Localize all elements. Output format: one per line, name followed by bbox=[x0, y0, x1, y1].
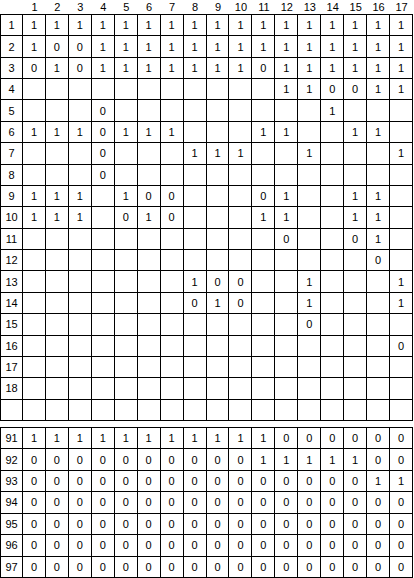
grid-cell-r1-c5: 1 bbox=[115, 15, 137, 35]
grid-cell-r8-c6 bbox=[138, 165, 160, 185]
row-label-97: 97 bbox=[1, 557, 22, 577]
grid-cell-rsep-c9 bbox=[207, 400, 229, 420]
grid-cell-r3-c3: 0 bbox=[69, 58, 91, 78]
grid-cell-r14-c3 bbox=[69, 293, 91, 313]
grid-cell-r17-c3 bbox=[69, 357, 91, 377]
grid-cell-rsep-c7 bbox=[161, 400, 183, 420]
grid-cell-r93-c10: 0 bbox=[229, 471, 251, 491]
grid-cell-r2-c9: 1 bbox=[207, 36, 229, 56]
grid-cell-r2-c5: 1 bbox=[115, 36, 137, 56]
grid-cell-r12-c2 bbox=[46, 250, 68, 270]
grid-cell-r18-c3 bbox=[69, 378, 91, 398]
grid-cell-r7-c10: 1 bbox=[229, 143, 251, 163]
grid-cell-r5-c2 bbox=[46, 100, 68, 120]
grid-cell-r13-c10: 0 bbox=[229, 271, 251, 291]
grid-cell-r10-c8 bbox=[184, 207, 206, 227]
grid-cell-r94-c4: 0 bbox=[92, 492, 114, 512]
grid-cell-r94-c1: 0 bbox=[23, 492, 45, 512]
grid-cell-r1-c9: 1 bbox=[207, 15, 229, 35]
grid-cell-r11-c12: 0 bbox=[275, 229, 297, 249]
grid-cell-r5-c15 bbox=[344, 100, 366, 120]
grid-cell-r97-c15: 0 bbox=[344, 557, 366, 577]
grid-cell-r5-c8 bbox=[184, 100, 206, 120]
grid-cell-r17-c5 bbox=[115, 357, 137, 377]
grid-cell-rsep-c4 bbox=[92, 400, 114, 420]
grid-cell-r93-c6: 0 bbox=[138, 471, 160, 491]
grid-cell-r15-c1 bbox=[23, 314, 45, 334]
grid-cell-r92-c1: 0 bbox=[23, 449, 45, 469]
grid-cell-r16-c5 bbox=[115, 336, 137, 356]
grid-cell-r16-c11 bbox=[252, 336, 274, 356]
grid-cell-r15-c8 bbox=[184, 314, 206, 334]
grid-cell-r7-c16 bbox=[367, 143, 389, 163]
grid-cell-r5-c9 bbox=[207, 100, 229, 120]
grid-cell-r1-c15: 1 bbox=[344, 15, 366, 35]
grid-cell-r15-c7 bbox=[161, 314, 183, 334]
grid-cell-r11-c13 bbox=[298, 229, 320, 249]
grid-cell-r96-c4: 0 bbox=[92, 535, 114, 555]
grid-cell-r11-c9 bbox=[207, 229, 229, 249]
column-header-1: 1 bbox=[23, 0, 46, 14]
grid-cell-r17-c8 bbox=[184, 357, 206, 377]
grid-cell-r97-c9: 0 bbox=[207, 557, 229, 577]
grid-cell-r18-c4 bbox=[92, 378, 114, 398]
grid-cell-r5-c7 bbox=[161, 100, 183, 120]
grid-cell-r91-c15: 0 bbox=[344, 428, 366, 448]
grid-cell-r18-c16 bbox=[367, 378, 389, 398]
grid-cell-r93-c13: 0 bbox=[298, 471, 320, 491]
grid-cell-r1-c2: 1 bbox=[46, 15, 68, 35]
grid-cell-r94-c10: 0 bbox=[229, 492, 251, 512]
grid-cell-r92-c2: 0 bbox=[46, 449, 68, 469]
grid-cell-r4-c9 bbox=[207, 79, 229, 99]
grid-cell-r11-c8 bbox=[184, 229, 206, 249]
grid-cell-r94-c12: 0 bbox=[275, 492, 297, 512]
column-header-6: 6 bbox=[138, 0, 161, 14]
grid-cell-r10-c10 bbox=[229, 207, 251, 227]
grid-cell-r1-c1: 1 bbox=[23, 15, 45, 35]
grid-cell-r93-c4: 0 bbox=[92, 471, 114, 491]
grid-cell-r11-c1 bbox=[23, 229, 45, 249]
grid-cell-r12-c5 bbox=[115, 250, 137, 270]
grid-cell-r14-c12 bbox=[275, 293, 297, 313]
grid-cell-r8-c4: 0 bbox=[92, 165, 114, 185]
grid-cell-r11-c4 bbox=[92, 229, 114, 249]
grid-cell-r12-c12 bbox=[275, 250, 297, 270]
grid-cell-r92-c14: 1 bbox=[321, 449, 343, 469]
grid-cell-r17-c4 bbox=[92, 357, 114, 377]
grid-cell-r10-c11: 1 bbox=[252, 207, 274, 227]
row-label-15: 15 bbox=[1, 314, 22, 334]
grid-cell-r11-c7 bbox=[161, 229, 183, 249]
grid-cell-r97-c13: 0 bbox=[298, 557, 320, 577]
grid-cell-r96-c13: 0 bbox=[298, 535, 320, 555]
grid-cell-rsep-c8 bbox=[184, 400, 206, 420]
grid-cell-r16-c6 bbox=[138, 336, 160, 356]
grid-cell-r95-c17: 0 bbox=[390, 514, 412, 534]
grid-cell-r96-c6: 0 bbox=[138, 535, 160, 555]
grid-cell-r5-c14: 1 bbox=[321, 100, 343, 120]
row-label-13: 13 bbox=[1, 271, 22, 291]
grid-cell-r8-c8 bbox=[184, 165, 206, 185]
grid-cell-r5-c6 bbox=[138, 100, 160, 120]
grid-cell-r16-c10 bbox=[229, 336, 251, 356]
grid-cell-r10-c9 bbox=[207, 207, 229, 227]
grid-cell-r17-c11 bbox=[252, 357, 274, 377]
grid-cell-r13-c6 bbox=[138, 271, 160, 291]
grid-cell-rsep-c1 bbox=[23, 400, 45, 420]
grid-cell-r9-c4 bbox=[92, 186, 114, 206]
grid-cell-r2-c8: 1 bbox=[184, 36, 206, 56]
grid-cell-r14-c13: 1 bbox=[298, 293, 320, 313]
column-header-4: 4 bbox=[92, 0, 115, 14]
grid-cell-r14-c15 bbox=[344, 293, 366, 313]
row-label-3: 3 bbox=[1, 58, 22, 78]
grid-cell-r9-c15: 1 bbox=[344, 186, 366, 206]
grid-cell-r95-c10: 0 bbox=[229, 514, 251, 534]
grid-cell-r5-c1 bbox=[23, 100, 45, 120]
grid-cell-r5-c13 bbox=[298, 100, 320, 120]
grid-cell-r6-c17 bbox=[390, 122, 412, 142]
grid-cell-r18-c17 bbox=[390, 378, 412, 398]
grid-cell-r2-c6: 1 bbox=[138, 36, 160, 56]
grid-cell-r18-c2 bbox=[46, 378, 68, 398]
grid-cell-r16-c12 bbox=[275, 336, 297, 356]
grid-cell-r12-c15 bbox=[344, 250, 366, 270]
grid-cell-r12-c8 bbox=[184, 250, 206, 270]
grid-cell-r13-c5 bbox=[115, 271, 137, 291]
grid-cell-r95-c3: 0 bbox=[69, 514, 91, 534]
grid-cell-r3-c17: 1 bbox=[390, 58, 412, 78]
grid-cell-r95-c9: 0 bbox=[207, 514, 229, 534]
row-label-10: 10 bbox=[1, 207, 22, 227]
grid-cell-r7-c11 bbox=[252, 143, 274, 163]
grid-cell-r17-c1 bbox=[23, 357, 45, 377]
grid-cell-r2-c11: 1 bbox=[252, 36, 274, 56]
grid-cell-r2-c14: 1 bbox=[321, 36, 343, 56]
grid-cell-r14-c16 bbox=[367, 293, 389, 313]
grid-cell-r8-c9 bbox=[207, 165, 229, 185]
grid-cell-r97-c6: 0 bbox=[138, 557, 160, 577]
grid-cell-r97-c10: 0 bbox=[229, 557, 251, 577]
grid-cell-rsep-c13 bbox=[298, 400, 320, 420]
grid-cell-r13-c4 bbox=[92, 271, 114, 291]
grid-cell-r9-c6: 0 bbox=[138, 186, 160, 206]
grid-cell-rsep-c2 bbox=[46, 400, 68, 420]
grid-cell-r18-c6 bbox=[138, 378, 160, 398]
grid-cell-r4-c16: 1 bbox=[367, 79, 389, 99]
grid-cell-r15-c9 bbox=[207, 314, 229, 334]
grid-cell-r10-c17 bbox=[390, 207, 412, 227]
grid-cell-r8-c13 bbox=[298, 165, 320, 185]
grid-cell-r3-c5: 1 bbox=[115, 58, 137, 78]
grid-cell-r95-c2: 0 bbox=[46, 514, 68, 534]
grid-cell-r4-c13: 1 bbox=[298, 79, 320, 99]
grid-cell-r6-c8 bbox=[184, 122, 206, 142]
grid-cell-r96-c9: 0 bbox=[207, 535, 229, 555]
grid-cell-r4-c15: 0 bbox=[344, 79, 366, 99]
grid-cell-r11-c6 bbox=[138, 229, 160, 249]
grid-cell-r4-c6 bbox=[138, 79, 160, 99]
grid-cell-r8-c5 bbox=[115, 165, 137, 185]
grid-cell-r96-c16: 0 bbox=[367, 535, 389, 555]
grid-cell-r9-c5: 1 bbox=[115, 186, 137, 206]
grid-cell-r4-c5 bbox=[115, 79, 137, 99]
grid-cell-r16-c1 bbox=[23, 336, 45, 356]
grid-cell-r13-c12 bbox=[275, 271, 297, 291]
grid-cell-r3-c12: 1 bbox=[275, 58, 297, 78]
grid-cell-r1-c7: 1 bbox=[161, 15, 183, 35]
grid-cell-r91-c5: 1 bbox=[115, 428, 137, 448]
grid-cell-r10-c7: 0 bbox=[161, 207, 183, 227]
grid-cell-r2-c17: 1 bbox=[390, 36, 412, 56]
grid-cell-r8-c14 bbox=[321, 165, 343, 185]
grid-cell-r3-c4: 1 bbox=[92, 58, 114, 78]
grid-cell-r9-c16: 1 bbox=[367, 186, 389, 206]
grid-cell-r97-c17: 0 bbox=[390, 557, 412, 577]
grid-cell-r8-c2 bbox=[46, 165, 68, 185]
grid-cell-r10-c4 bbox=[92, 207, 114, 227]
row-label-94: 94 bbox=[1, 492, 22, 512]
grid-cell-r91-c8: 1 bbox=[184, 428, 206, 448]
grid-cell-r6-c13 bbox=[298, 122, 320, 142]
grid-cell-r94-c15: 0 bbox=[344, 492, 366, 512]
grid-cell-r15-c14 bbox=[321, 314, 343, 334]
grid-cell-r96-c15: 0 bbox=[344, 535, 366, 555]
grid-cell-r97-c14: 0 bbox=[321, 557, 343, 577]
column-header-12: 12 bbox=[275, 0, 298, 14]
grid-cell-r91-c1: 1 bbox=[23, 428, 45, 448]
grid-cell-r7-c15 bbox=[344, 143, 366, 163]
grid-cell-r1-c4: 1 bbox=[92, 15, 114, 35]
grid-cell-r91-c17: 0 bbox=[390, 428, 412, 448]
grid-cell-r5-c4: 0 bbox=[92, 100, 114, 120]
grid-cell-r94-c8: 0 bbox=[184, 492, 206, 512]
row-label-96: 96 bbox=[1, 535, 22, 555]
grid-cell-r7-c9: 1 bbox=[207, 143, 229, 163]
grid-cell-r2-c15: 1 bbox=[344, 36, 366, 56]
grid-cell-r4-c11 bbox=[252, 79, 274, 99]
column-header-9: 9 bbox=[207, 0, 230, 14]
column-header-8: 8 bbox=[184, 0, 207, 14]
grid-cell-r97-c11: 0 bbox=[252, 557, 274, 577]
grid-cell-r1-c11: 1 bbox=[252, 15, 274, 35]
grid-cell-r91-c2: 1 bbox=[46, 428, 68, 448]
row-label-11: 11 bbox=[1, 229, 22, 249]
grid-cell-r95-c7: 0 bbox=[161, 514, 183, 534]
grid-cell-r4-c3 bbox=[69, 79, 91, 99]
grid-cell-r15-c2 bbox=[46, 314, 68, 334]
grid-cell-r6-c16: 1 bbox=[367, 122, 389, 142]
grid-cell-r14-c9: 1 bbox=[207, 293, 229, 313]
grid-cell-r12-c17 bbox=[390, 250, 412, 270]
grid-cell-r8-c3 bbox=[69, 165, 91, 185]
grid-cell-r1-c6: 1 bbox=[138, 15, 160, 35]
grid-cell-r14-c7 bbox=[161, 293, 183, 313]
grid-cell-r10-c1: 1 bbox=[23, 207, 45, 227]
grid-cell-r10-c5: 0 bbox=[115, 207, 137, 227]
grid-cell-r97-c3: 0 bbox=[69, 557, 91, 577]
grid-cell-r13-c16 bbox=[367, 271, 389, 291]
grid-cell-r13-c13: 1 bbox=[298, 271, 320, 291]
grid-cell-r94-c9: 0 bbox=[207, 492, 229, 512]
grid-cell-r91-c10: 1 bbox=[229, 428, 251, 448]
grid-cell-r6-c14 bbox=[321, 122, 343, 142]
row-label-16: 16 bbox=[1, 336, 22, 356]
grid-cell-r17-c7 bbox=[161, 357, 183, 377]
grid-cell-r10-c2: 1 bbox=[46, 207, 68, 227]
grid-cell-r7-c7 bbox=[161, 143, 183, 163]
grid-cell-r93-c16: 1 bbox=[367, 471, 389, 491]
grid-cell-r16-c13 bbox=[298, 336, 320, 356]
grid-cell-r15-c10 bbox=[229, 314, 251, 334]
grid-cell-r94-c11: 0 bbox=[252, 492, 274, 512]
grid-cell-r93-c11: 0 bbox=[252, 471, 274, 491]
grid-cell-r6-c2: 1 bbox=[46, 122, 68, 142]
grid-cell-r8-c12 bbox=[275, 165, 297, 185]
row-label-1: 1 bbox=[1, 15, 22, 35]
column-header-11: 11 bbox=[252, 0, 275, 14]
grid-cell-r8-c1 bbox=[23, 165, 45, 185]
grid-cell-r12-c3 bbox=[69, 250, 91, 270]
grid-cell-r4-c10 bbox=[229, 79, 251, 99]
grid-cell-r97-c12: 0 bbox=[275, 557, 297, 577]
grid-cell-r93-c9: 0 bbox=[207, 471, 229, 491]
grid-cell-rsep-c15 bbox=[344, 400, 366, 420]
grid-cell-r16-c4 bbox=[92, 336, 114, 356]
grid-cell-r94-c3: 0 bbox=[69, 492, 91, 512]
grid-cell-r16-c15 bbox=[344, 336, 366, 356]
row-label-8: 8 bbox=[1, 165, 22, 185]
grid-cell-r7-c5 bbox=[115, 143, 137, 163]
grid-cell-r91-c7: 1 bbox=[161, 428, 183, 448]
grid-cell-r91-c6: 1 bbox=[138, 428, 160, 448]
grid-cell-r9-c7: 0 bbox=[161, 186, 183, 206]
grid-cell-r7-c13: 1 bbox=[298, 143, 320, 163]
grid-cell-r96-c8: 0 bbox=[184, 535, 206, 555]
grid-cell-r91-c14: 0 bbox=[321, 428, 343, 448]
grid-cell-r95-c16: 0 bbox=[367, 514, 389, 534]
grid-cell-r10-c13 bbox=[298, 207, 320, 227]
grid-cell-r14-c2 bbox=[46, 293, 68, 313]
grid-cell-r17-c15 bbox=[344, 357, 366, 377]
grid-cell-r18-c11 bbox=[252, 378, 274, 398]
grid-cell-r10-c15: 1 bbox=[344, 207, 366, 227]
grid-cell-r5-c16 bbox=[367, 100, 389, 120]
grid-cell-r17-c13 bbox=[298, 357, 320, 377]
grid-cell-r3-c16: 1 bbox=[367, 58, 389, 78]
grid-cell-r1-c17: 1 bbox=[390, 15, 412, 35]
grid-cell-r92-c13: 1 bbox=[298, 449, 320, 469]
column-header-14: 14 bbox=[321, 0, 344, 14]
grid-cell-rsep-c14 bbox=[321, 400, 343, 420]
grid-cell-rsep-c12 bbox=[275, 400, 297, 420]
grid-cell-r13-c17: 1 bbox=[390, 271, 412, 291]
column-header-13: 13 bbox=[298, 0, 321, 14]
grid-cell-r4-c17: 1 bbox=[390, 79, 412, 99]
row-label-2: 2 bbox=[1, 36, 22, 56]
grid-cell-r94-c13: 0 bbox=[298, 492, 320, 512]
grid-cell-r14-c1 bbox=[23, 293, 45, 313]
grid-cell-r92-c8: 0 bbox=[184, 449, 206, 469]
row-label-14: 14 bbox=[1, 293, 22, 313]
grid-cell-r9-c11: 0 bbox=[252, 186, 274, 206]
grid-cell-r7-c4: 0 bbox=[92, 143, 114, 163]
column-headers: 1234567891011121314151617 bbox=[0, 0, 413, 14]
grid-cell-r96-c14: 0 bbox=[321, 535, 343, 555]
grid-cell-r17-c12 bbox=[275, 357, 297, 377]
grid-cell-r2-c16: 1 bbox=[367, 36, 389, 56]
grid-cell-r12-c7 bbox=[161, 250, 183, 270]
grid-cell-r8-c10 bbox=[229, 165, 251, 185]
matrix-table-rows-91-97: 9111111111111000000920000000000111110093… bbox=[0, 427, 413, 578]
row-label-18: 18 bbox=[1, 378, 22, 398]
grid-cell-rsep-c16 bbox=[367, 400, 389, 420]
column-header-3: 3 bbox=[69, 0, 92, 14]
grid-cell-r15-c16 bbox=[367, 314, 389, 334]
grid-cell-r97-c8: 0 bbox=[184, 557, 206, 577]
grid-cell-r3-c10: 1 bbox=[229, 58, 251, 78]
column-header-15: 15 bbox=[344, 0, 367, 14]
grid-cell-r12-c1 bbox=[23, 250, 45, 270]
grid-cell-r17-c14 bbox=[321, 357, 343, 377]
grid-cell-r91-c11: 1 bbox=[252, 428, 274, 448]
grid-cell-r13-c3 bbox=[69, 271, 91, 291]
grid-cell-r8-c17 bbox=[390, 165, 412, 185]
grid-cell-r16-c9 bbox=[207, 336, 229, 356]
row-label-91: 91 bbox=[1, 428, 22, 448]
grid-cell-r92-c9: 0 bbox=[207, 449, 229, 469]
row-label-blank-separator bbox=[1, 400, 22, 420]
grid-cell-r18-c8 bbox=[184, 378, 206, 398]
grid-cell-r7-c2 bbox=[46, 143, 68, 163]
grid-cell-r11-c3 bbox=[69, 229, 91, 249]
grid-cell-r18-c12 bbox=[275, 378, 297, 398]
grid-cell-r93-c1: 0 bbox=[23, 471, 45, 491]
grid-cell-r13-c1 bbox=[23, 271, 45, 291]
column-header-10: 10 bbox=[229, 0, 252, 14]
grid-cell-r92-c15: 1 bbox=[344, 449, 366, 469]
grid-cell-r96-c11: 0 bbox=[252, 535, 274, 555]
grid-cell-r95-c5: 0 bbox=[115, 514, 137, 534]
grid-cell-r10-c14 bbox=[321, 207, 343, 227]
grid-cell-r93-c7: 0 bbox=[161, 471, 183, 491]
grid-cell-r7-c17: 1 bbox=[390, 143, 412, 163]
grid-cell-r2-c13: 1 bbox=[298, 36, 320, 56]
grid-cell-r92-c16: 0 bbox=[367, 449, 389, 469]
grid-cell-r15-c17 bbox=[390, 314, 412, 334]
row-label-17: 17 bbox=[1, 357, 22, 377]
grid-cell-r5-c17 bbox=[390, 100, 412, 120]
grid-cell-r92-c4: 0 bbox=[92, 449, 114, 469]
grid-cell-r96-c10: 0 bbox=[229, 535, 251, 555]
grid-cell-r5-c10 bbox=[229, 100, 251, 120]
grid-cell-r94-c6: 0 bbox=[138, 492, 160, 512]
grid-cell-r16-c2 bbox=[46, 336, 68, 356]
grid-cell-r7-c1 bbox=[23, 143, 45, 163]
grid-cell-r6-c7: 1 bbox=[161, 122, 183, 142]
grid-cell-r13-c14 bbox=[321, 271, 343, 291]
grid-cell-r14-c17: 1 bbox=[390, 293, 412, 313]
grid-cell-r12-c14 bbox=[321, 250, 343, 270]
grid-cell-r92-c12: 1 bbox=[275, 449, 297, 469]
grid-cell-r10-c12: 1 bbox=[275, 207, 297, 227]
binary-matrix-grid: 1234567891011121314151617 11111111111111… bbox=[0, 0, 413, 578]
grid-cell-r93-c15: 0 bbox=[344, 471, 366, 491]
grid-cell-r11-c16: 1 bbox=[367, 229, 389, 249]
grid-cell-r92-c10: 0 bbox=[229, 449, 251, 469]
grid-cell-r2-c1: 1 bbox=[23, 36, 45, 56]
